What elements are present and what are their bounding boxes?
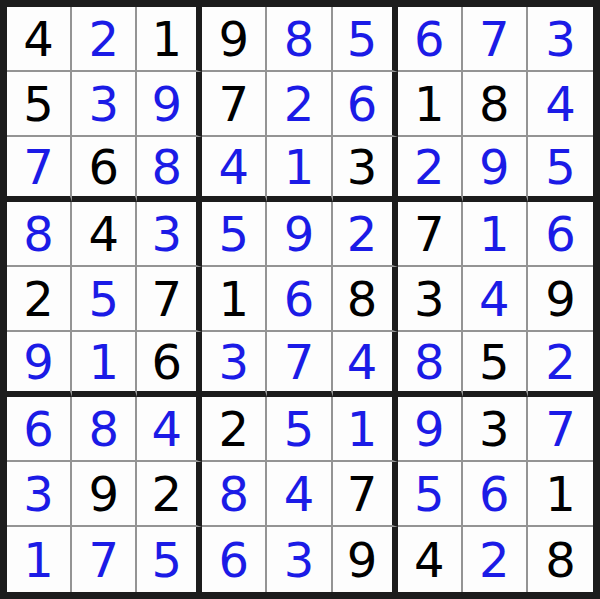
cell-r5c5[interactable]: 6	[267, 267, 332, 332]
cell-r9c1[interactable]: 1	[7, 527, 72, 592]
cell-r6c2[interactable]: 1	[72, 332, 137, 397]
cell-r6c9[interactable]: 2	[528, 332, 593, 397]
cell-r9c4[interactable]: 6	[202, 527, 267, 592]
cell-r2c6[interactable]: 6	[333, 72, 398, 137]
cell-r5c4[interactable]: 1	[202, 267, 267, 332]
sudoku-board: 4219856735397261847684132958435927162571…	[0, 0, 600, 599]
cell-r8c4[interactable]: 8	[202, 462, 267, 527]
cell-r4c9[interactable]: 6	[528, 202, 593, 267]
cell-r8c8[interactable]: 6	[463, 462, 528, 527]
cell-r5c3[interactable]: 7	[137, 267, 202, 332]
cell-r9c3[interactable]: 5	[137, 527, 202, 592]
cell-r2c2[interactable]: 3	[72, 72, 137, 137]
cell-r3c5[interactable]: 1	[267, 137, 332, 202]
cell-r2c9[interactable]: 4	[528, 72, 593, 137]
cell-r6c1[interactable]: 9	[7, 332, 72, 397]
cell-r7c4[interactable]: 2	[202, 397, 267, 462]
cell-r8c2[interactable]: 9	[72, 462, 137, 527]
cell-r7c9[interactable]: 7	[528, 397, 593, 462]
cell-r6c3[interactable]: 6	[137, 332, 202, 397]
cell-r8c7[interactable]: 5	[398, 462, 463, 527]
cell-r3c4[interactable]: 4	[202, 137, 267, 202]
cell-r9c9[interactable]: 8	[528, 527, 593, 592]
cell-r2c8[interactable]: 8	[463, 72, 528, 137]
cell-r3c7[interactable]: 2	[398, 137, 463, 202]
cell-r8c6[interactable]: 7	[333, 462, 398, 527]
cell-r1c1[interactable]: 4	[7, 7, 72, 72]
cell-r7c6[interactable]: 1	[333, 397, 398, 462]
cell-r6c8[interactable]: 5	[463, 332, 528, 397]
cell-r8c3[interactable]: 2	[137, 462, 202, 527]
cell-r7c3[interactable]: 4	[137, 397, 202, 462]
cell-r7c2[interactable]: 8	[72, 397, 137, 462]
cell-r8c9[interactable]: 1	[528, 462, 593, 527]
cell-r9c7[interactable]: 4	[398, 527, 463, 592]
cell-r9c8[interactable]: 2	[463, 527, 528, 592]
cell-r3c6[interactable]: 3	[333, 137, 398, 202]
cell-r6c7[interactable]: 8	[398, 332, 463, 397]
cell-r9c2[interactable]: 7	[72, 527, 137, 592]
cell-r6c6[interactable]: 4	[333, 332, 398, 397]
cell-r4c6[interactable]: 2	[333, 202, 398, 267]
cell-r4c8[interactable]: 1	[463, 202, 528, 267]
cell-r8c5[interactable]: 4	[267, 462, 332, 527]
cell-r1c7[interactable]: 6	[398, 7, 463, 72]
cell-r7c1[interactable]: 6	[7, 397, 72, 462]
cell-r5c2[interactable]: 5	[72, 267, 137, 332]
cell-r3c9[interactable]: 5	[528, 137, 593, 202]
cell-r5c9[interactable]: 9	[528, 267, 593, 332]
cell-r2c5[interactable]: 2	[267, 72, 332, 137]
cell-r2c4[interactable]: 7	[202, 72, 267, 137]
cell-r1c2[interactable]: 2	[72, 7, 137, 72]
cell-r4c7[interactable]: 7	[398, 202, 463, 267]
cell-r7c7[interactable]: 9	[398, 397, 463, 462]
cell-r3c8[interactable]: 9	[463, 137, 528, 202]
cell-r4c5[interactable]: 9	[267, 202, 332, 267]
cell-r4c4[interactable]: 5	[202, 202, 267, 267]
cell-r5c1[interactable]: 2	[7, 267, 72, 332]
cell-r3c2[interactable]: 6	[72, 137, 137, 202]
cell-r1c9[interactable]: 3	[528, 7, 593, 72]
cell-r7c8[interactable]: 3	[463, 397, 528, 462]
cell-r9c6[interactable]: 9	[333, 527, 398, 592]
cell-r1c8[interactable]: 7	[463, 7, 528, 72]
cell-r6c5[interactable]: 7	[267, 332, 332, 397]
cell-r5c6[interactable]: 8	[333, 267, 398, 332]
cell-r4c1[interactable]: 8	[7, 202, 72, 267]
cell-r1c4[interactable]: 9	[202, 7, 267, 72]
cell-r2c3[interactable]: 9	[137, 72, 202, 137]
cell-r4c2[interactable]: 4	[72, 202, 137, 267]
cell-r3c3[interactable]: 8	[137, 137, 202, 202]
cell-r1c5[interactable]: 8	[267, 7, 332, 72]
cell-r2c1[interactable]: 5	[7, 72, 72, 137]
cell-r5c8[interactable]: 4	[463, 267, 528, 332]
cell-r8c1[interactable]: 3	[7, 462, 72, 527]
cell-r7c5[interactable]: 5	[267, 397, 332, 462]
cell-r3c1[interactable]: 7	[7, 137, 72, 202]
sudoku-page: 4219856735397261847684132958435927162571…	[0, 0, 600, 599]
cell-r1c3[interactable]: 1	[137, 7, 202, 72]
cell-r1c6[interactable]: 5	[333, 7, 398, 72]
cell-r5c7[interactable]: 3	[398, 267, 463, 332]
cell-r4c3[interactable]: 3	[137, 202, 202, 267]
cell-r6c4[interactable]: 3	[202, 332, 267, 397]
cell-r2c7[interactable]: 1	[398, 72, 463, 137]
cell-r9c5[interactable]: 3	[267, 527, 332, 592]
